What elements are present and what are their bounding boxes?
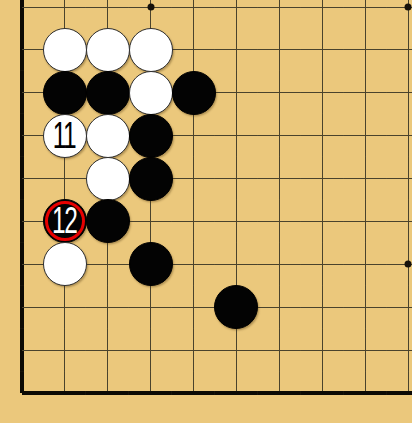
board-point[interactable]	[86, 71, 129, 114]
board-point[interactable]	[344, 0, 387, 28]
board-point[interactable]	[86, 200, 129, 243]
black-stone[interactable]	[86, 71, 130, 115]
board-point[interactable]	[129, 286, 172, 329]
board-point[interactable]	[258, 28, 301, 71]
board-point[interactable]	[1, 114, 44, 157]
board-point[interactable]	[258, 157, 301, 200]
board-point[interactable]	[172, 0, 215, 28]
board-point[interactable]	[1, 200, 44, 243]
board-point[interactable]	[215, 28, 258, 71]
board-point[interactable]	[344, 114, 387, 157]
white-stone[interactable]	[129, 28, 173, 72]
board-point[interactable]	[301, 243, 344, 286]
board-point[interactable]	[301, 329, 344, 372]
board-point[interactable]	[258, 329, 301, 372]
board-point[interactable]	[215, 243, 258, 286]
board-point[interactable]	[215, 286, 258, 329]
board-point[interactable]	[43, 243, 86, 286]
board-point[interactable]	[129, 114, 172, 157]
board-point[interactable]	[86, 372, 129, 415]
board-point[interactable]	[344, 286, 387, 329]
board-point[interactable]	[129, 71, 172, 114]
board-point[interactable]	[1, 157, 44, 200]
board-point[interactable]	[387, 372, 412, 415]
star-point-icon	[405, 4, 412, 11]
move-number-label: 12	[52, 203, 78, 239]
board-point[interactable]	[258, 114, 301, 157]
board-point[interactable]	[344, 200, 387, 243]
go-board[interactable]: 1112	[1, 0, 412, 414]
board-point[interactable]	[129, 372, 172, 415]
board-point[interactable]	[301, 157, 344, 200]
board-point[interactable]	[1, 0, 44, 28]
board-point[interactable]	[86, 243, 129, 286]
board-point[interactable]	[86, 329, 129, 372]
board-point[interactable]	[43, 71, 86, 114]
board-point[interactable]	[258, 200, 301, 243]
board-point[interactable]	[172, 157, 215, 200]
board-point[interactable]	[43, 329, 86, 372]
board-point[interactable]	[129, 243, 172, 286]
star-point-icon	[405, 261, 412, 268]
board-point[interactable]	[86, 28, 129, 71]
white-stone[interactable]	[43, 242, 87, 286]
board-point[interactable]	[43, 372, 86, 415]
board-point[interactable]	[172, 372, 215, 415]
board-point[interactable]	[1, 243, 44, 286]
white-stone[interactable]	[129, 71, 173, 115]
board-point[interactable]	[172, 200, 215, 243]
black-stone[interactable]	[214, 285, 258, 329]
board-point[interactable]	[344, 243, 387, 286]
board-point[interactable]	[387, 28, 412, 71]
board-point[interactable]	[1, 329, 44, 372]
board-point[interactable]	[344, 329, 387, 372]
black-stone[interactable]	[86, 199, 130, 243]
board-point[interactable]	[172, 28, 215, 71]
board-point[interactable]	[172, 71, 215, 114]
board-point[interactable]	[387, 71, 412, 114]
board-point[interactable]	[172, 329, 215, 372]
board-point[interactable]	[258, 71, 301, 114]
board-point[interactable]	[387, 200, 412, 243]
black-stone[interactable]	[43, 71, 87, 115]
board-point[interactable]	[129, 0, 172, 28]
board-point[interactable]	[43, 286, 86, 329]
go-diagram: 1112	[0, 0, 412, 423]
board-point[interactable]	[129, 157, 172, 200]
board-point[interactable]	[43, 157, 86, 200]
board-point[interactable]	[129, 28, 172, 71]
board-point[interactable]	[258, 286, 301, 329]
black-stone[interactable]	[129, 157, 173, 201]
board-point[interactable]	[258, 372, 301, 415]
board-point[interactable]	[387, 114, 412, 157]
white-stone[interactable]	[43, 28, 87, 72]
board-point[interactable]	[301, 28, 344, 71]
board-point[interactable]	[215, 114, 258, 157]
black-stone-last-move-marked[interactable]: 12	[43, 199, 87, 243]
board-point[interactable]	[387, 157, 412, 200]
board-point[interactable]	[1, 286, 44, 329]
board-point[interactable]	[301, 71, 344, 114]
board-point[interactable]	[344, 28, 387, 71]
board-point[interactable]	[301, 0, 344, 28]
board-point[interactable]	[215, 200, 258, 243]
board-point[interactable]	[258, 243, 301, 286]
board-point[interactable]	[43, 28, 86, 71]
board-point[interactable]	[172, 114, 215, 157]
board-point[interactable]	[344, 372, 387, 415]
star-point-icon	[147, 4, 154, 11]
board-point[interactable]	[301, 286, 344, 329]
board-point[interactable]	[86, 157, 129, 200]
board-point[interactable]	[344, 71, 387, 114]
board-point[interactable]	[301, 114, 344, 157]
board-point[interactable]	[86, 114, 129, 157]
board-point[interactable]	[301, 372, 344, 415]
board-point[interactable]	[258, 0, 301, 28]
board-point[interactable]	[387, 329, 412, 372]
board-point[interactable]	[215, 372, 258, 415]
board-point[interactable]	[387, 0, 412, 28]
board-point[interactable]	[86, 0, 129, 28]
board-point[interactable]	[215, 0, 258, 28]
white-stone[interactable]: 11	[43, 114, 87, 158]
board-point[interactable]	[387, 243, 412, 286]
white-stone[interactable]	[86, 114, 130, 158]
white-stone[interactable]	[86, 157, 130, 201]
board-point[interactable]	[129, 329, 172, 372]
board-point[interactable]	[86, 286, 129, 329]
board-point[interactable]	[1, 372, 44, 415]
board-point[interactable]	[172, 243, 215, 286]
black-stone[interactable]	[172, 71, 216, 115]
board-point[interactable]: 11	[43, 114, 86, 157]
board-point[interactable]	[43, 0, 86, 28]
move-number-label: 11	[53, 118, 77, 154]
board-point[interactable]	[344, 157, 387, 200]
board-point[interactable]	[129, 200, 172, 243]
white-stone[interactable]	[86, 28, 130, 72]
board-point[interactable]	[172, 286, 215, 329]
board-point[interactable]: 12	[43, 200, 86, 243]
board-point[interactable]	[215, 71, 258, 114]
board-point[interactable]	[215, 329, 258, 372]
board-point[interactable]	[301, 200, 344, 243]
board-point[interactable]	[1, 71, 44, 114]
board-point[interactable]	[387, 286, 412, 329]
board-point[interactable]	[215, 157, 258, 200]
black-stone[interactable]	[129, 242, 173, 286]
board-point[interactable]	[1, 28, 44, 71]
black-stone[interactable]	[129, 114, 173, 158]
